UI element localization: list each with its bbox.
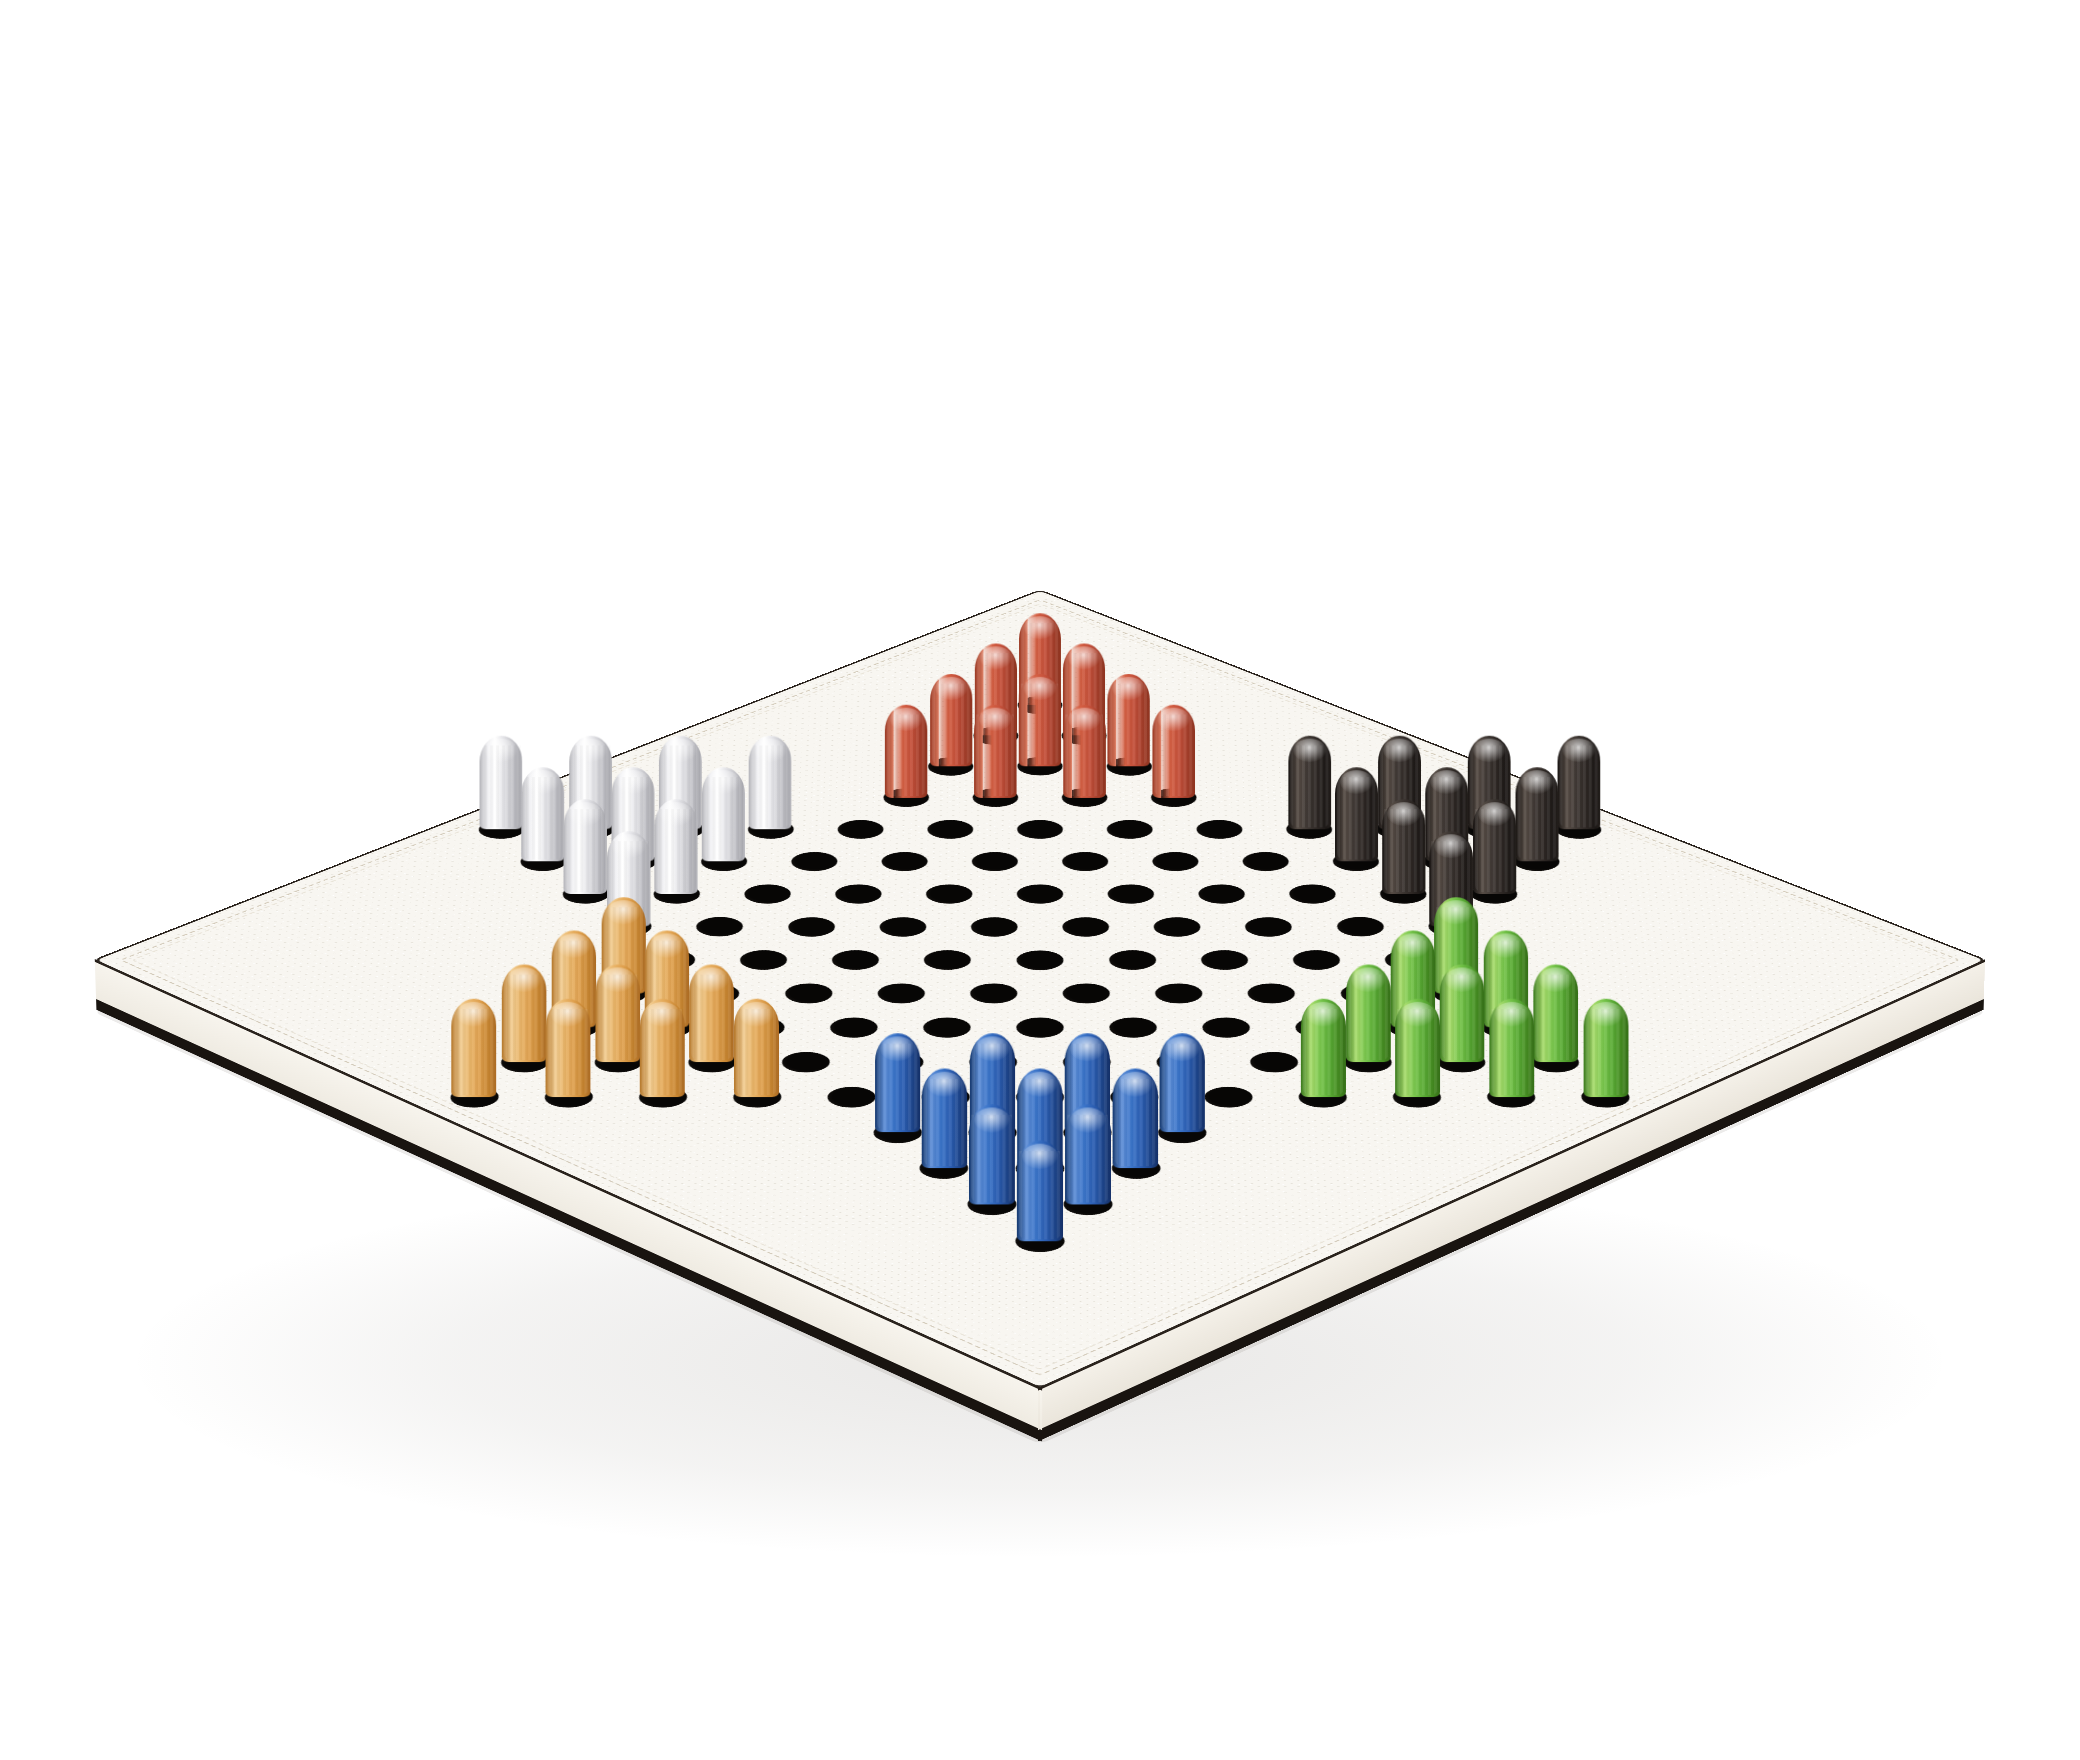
hole[interactable] (823, 946, 889, 974)
hole[interactable] (1233, 848, 1298, 875)
peg-white[interactable] (564, 799, 607, 894)
scene-3d (0, 0, 2080, 1760)
hole[interactable] (1283, 946, 1349, 974)
peg-white[interactable] (522, 767, 565, 861)
peg-orange[interactable] (596, 964, 641, 1062)
peg-blue[interactable] (969, 1104, 1015, 1204)
hole[interactable] (1236, 913, 1302, 941)
peg-red[interactable] (1063, 705, 1106, 798)
hole[interactable] (1097, 816, 1162, 843)
peg-red[interactable] (1108, 674, 1150, 767)
peg-green[interactable] (1533, 964, 1578, 1062)
hole[interactable] (1193, 1013, 1260, 1042)
hole[interactable] (1327, 913, 1393, 941)
peg-black[interactable] (1515, 767, 1558, 861)
peg-green[interactable] (1346, 964, 1391, 1062)
hole[interactable] (820, 1013, 887, 1042)
hole[interactable] (962, 848, 1027, 875)
peg-white[interactable] (702, 767, 745, 861)
hole[interactable] (1191, 946, 1257, 974)
hole[interactable] (913, 1013, 980, 1042)
peg-blue[interactable] (1160, 1033, 1205, 1132)
peg-black[interactable] (1473, 799, 1516, 894)
peg-red[interactable] (930, 674, 972, 767)
peg-red[interactable] (1019, 674, 1061, 767)
hole[interactable] (915, 946, 981, 974)
hole[interactable] (735, 880, 801, 907)
hole[interactable] (1007, 946, 1073, 974)
hole[interactable] (961, 913, 1027, 941)
peg-orange[interactable] (735, 999, 780, 1097)
peg-black[interactable] (1288, 736, 1331, 830)
peg-green[interactable] (1300, 999, 1345, 1097)
chinese-checkers-board (92, 589, 1987, 1388)
hole[interactable] (1099, 946, 1165, 974)
hole[interactable] (1053, 848, 1118, 875)
hole[interactable] (1143, 848, 1208, 875)
hole[interactable] (1099, 1013, 1166, 1042)
hole[interactable] (1280, 880, 1346, 907)
hole[interactable] (772, 1048, 840, 1077)
hole[interactable] (1189, 880, 1255, 907)
hole[interactable] (775, 980, 842, 1008)
hole[interactable] (1008, 816, 1073, 843)
hole[interactable] (960, 980, 1027, 1008)
hole[interactable] (1240, 1048, 1308, 1077)
hole[interactable] (1007, 880, 1073, 907)
peg-orange[interactable] (690, 964, 735, 1062)
hole[interactable] (1187, 816, 1252, 843)
peg-orange[interactable] (546, 999, 591, 1097)
hole[interactable] (687, 913, 753, 941)
hole[interactable] (778, 913, 844, 941)
peg-orange[interactable] (502, 964, 547, 1062)
peg-black[interactable] (1335, 767, 1378, 861)
hole[interactable] (1006, 1013, 1073, 1042)
peg-blue[interactable] (1065, 1104, 1111, 1204)
hole[interactable] (916, 880, 982, 907)
hole[interactable] (872, 848, 937, 875)
peg-black[interactable] (1382, 799, 1425, 894)
peg-orange[interactable] (640, 999, 685, 1097)
hole[interactable] (782, 848, 847, 875)
peg-orange[interactable] (452, 999, 497, 1097)
peg-black[interactable] (1557, 736, 1600, 830)
peg-red[interactable] (974, 705, 1017, 798)
hole[interactable] (1238, 980, 1305, 1008)
hole[interactable] (828, 816, 893, 843)
peg-green[interactable] (1583, 999, 1628, 1097)
hole[interactable] (825, 880, 891, 907)
hole[interactable] (918, 816, 983, 843)
hole[interactable] (1098, 880, 1164, 907)
peg-white[interactable] (655, 799, 698, 894)
peg-white[interactable] (480, 736, 523, 830)
peg-blue[interactable] (922, 1069, 968, 1169)
hole[interactable] (1144, 913, 1210, 941)
hole[interactable] (1145, 980, 1212, 1008)
peg-white[interactable] (749, 736, 792, 830)
hole[interactable] (731, 946, 797, 974)
peg-green[interactable] (1439, 964, 1484, 1062)
hole[interactable] (870, 913, 936, 941)
peg-blue[interactable] (875, 1033, 920, 1132)
peg-blue[interactable] (1017, 1140, 1063, 1241)
hole[interactable] (1053, 980, 1120, 1008)
peg-blue[interactable] (1113, 1069, 1159, 1169)
product-photo-page (0, 0, 2080, 1760)
peg-green[interactable] (1395, 999, 1440, 1097)
peg-red[interactable] (1153, 705, 1196, 798)
peg-green[interactable] (1489, 999, 1534, 1097)
peg-red[interactable] (885, 705, 928, 798)
hole[interactable] (1053, 913, 1119, 941)
hole[interactable] (868, 980, 935, 1008)
